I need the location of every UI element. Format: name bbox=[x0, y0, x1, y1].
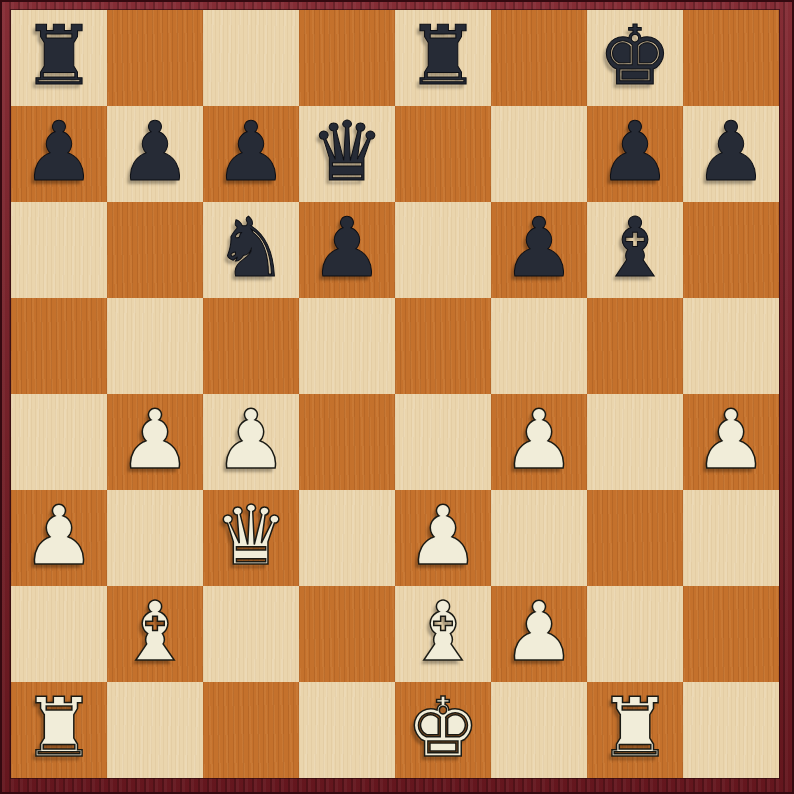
square-e4[interactable] bbox=[395, 394, 491, 490]
square-e6[interactable] bbox=[395, 202, 491, 298]
square-e5[interactable] bbox=[395, 298, 491, 394]
square-b2[interactable]: ♝ bbox=[107, 586, 203, 682]
black-pawn[interactable]: ♟ bbox=[118, 104, 192, 200]
square-c2[interactable] bbox=[203, 586, 299, 682]
square-b7[interactable]: ♟ bbox=[107, 106, 203, 202]
square-a5[interactable] bbox=[11, 298, 107, 394]
square-e3[interactable]: ♟ bbox=[395, 490, 491, 586]
square-h5[interactable] bbox=[683, 298, 779, 394]
square-b3[interactable] bbox=[107, 490, 203, 586]
white-pawn[interactable]: ♟ bbox=[118, 392, 192, 488]
square-h4[interactable]: ♟ bbox=[683, 394, 779, 490]
black-pawn[interactable]: ♟ bbox=[214, 104, 288, 200]
square-d5[interactable] bbox=[299, 298, 395, 394]
square-a6[interactable] bbox=[11, 202, 107, 298]
square-a7[interactable]: ♟ bbox=[11, 106, 107, 202]
square-c5[interactable] bbox=[203, 298, 299, 394]
square-f6[interactable]: ♟ bbox=[491, 202, 587, 298]
black-pawn[interactable]: ♟ bbox=[694, 104, 768, 200]
square-b8[interactable] bbox=[107, 10, 203, 106]
square-f4[interactable]: ♟ bbox=[491, 394, 587, 490]
square-h3[interactable] bbox=[683, 490, 779, 586]
chess-board: ♜♜♚♟♟♟♛♟♟♞♟♟♝♟♟♟♟♟♛♟♝♝♟♜♚♜ bbox=[11, 10, 779, 778]
white-king[interactable]: ♚ bbox=[406, 680, 480, 776]
square-c3[interactable]: ♛ bbox=[203, 490, 299, 586]
black-rook[interactable]: ♜ bbox=[22, 8, 96, 104]
square-h6[interactable] bbox=[683, 202, 779, 298]
square-g8[interactable]: ♚ bbox=[587, 10, 683, 106]
square-f7[interactable] bbox=[491, 106, 587, 202]
square-c8[interactable] bbox=[203, 10, 299, 106]
black-knight[interactable]: ♞ bbox=[214, 200, 288, 296]
black-pawn[interactable]: ♟ bbox=[502, 200, 576, 296]
board-frame: ♜♜♚♟♟♟♛♟♟♞♟♟♝♟♟♟♟♟♛♟♝♝♟♜♚♜ bbox=[0, 0, 794, 794]
square-f3[interactable] bbox=[491, 490, 587, 586]
square-f5[interactable] bbox=[491, 298, 587, 394]
square-d4[interactable] bbox=[299, 394, 395, 490]
square-a1[interactable]: ♜ bbox=[11, 682, 107, 778]
square-c1[interactable] bbox=[203, 682, 299, 778]
square-e8[interactable]: ♜ bbox=[395, 10, 491, 106]
white-bishop[interactable]: ♝ bbox=[406, 584, 480, 680]
square-d2[interactable] bbox=[299, 586, 395, 682]
white-rook[interactable]: ♜ bbox=[598, 680, 672, 776]
square-d8[interactable] bbox=[299, 10, 395, 106]
square-h8[interactable] bbox=[683, 10, 779, 106]
square-f2[interactable]: ♟ bbox=[491, 586, 587, 682]
square-b4[interactable]: ♟ bbox=[107, 394, 203, 490]
black-queen[interactable]: ♛ bbox=[310, 104, 384, 200]
black-pawn[interactable]: ♟ bbox=[598, 104, 672, 200]
black-pawn[interactable]: ♟ bbox=[310, 200, 384, 296]
white-rook[interactable]: ♜ bbox=[22, 680, 96, 776]
square-a4[interactable] bbox=[11, 394, 107, 490]
square-b6[interactable] bbox=[107, 202, 203, 298]
white-pawn[interactable]: ♟ bbox=[214, 392, 288, 488]
square-e7[interactable] bbox=[395, 106, 491, 202]
square-g4[interactable] bbox=[587, 394, 683, 490]
square-g6[interactable]: ♝ bbox=[587, 202, 683, 298]
square-e1[interactable]: ♚ bbox=[395, 682, 491, 778]
white-queen[interactable]: ♛ bbox=[214, 488, 288, 584]
square-d3[interactable] bbox=[299, 490, 395, 586]
square-g3[interactable] bbox=[587, 490, 683, 586]
square-e2[interactable]: ♝ bbox=[395, 586, 491, 682]
square-g7[interactable]: ♟ bbox=[587, 106, 683, 202]
square-f8[interactable] bbox=[491, 10, 587, 106]
square-g2[interactable] bbox=[587, 586, 683, 682]
square-a8[interactable]: ♜ bbox=[11, 10, 107, 106]
square-d1[interactable] bbox=[299, 682, 395, 778]
black-rook[interactable]: ♜ bbox=[406, 8, 480, 104]
square-h7[interactable]: ♟ bbox=[683, 106, 779, 202]
white-pawn[interactable]: ♟ bbox=[22, 488, 96, 584]
square-h2[interactable] bbox=[683, 586, 779, 682]
white-pawn[interactable]: ♟ bbox=[406, 488, 480, 584]
square-c4[interactable]: ♟ bbox=[203, 394, 299, 490]
square-c7[interactable]: ♟ bbox=[203, 106, 299, 202]
square-h1[interactable] bbox=[683, 682, 779, 778]
white-bishop[interactable]: ♝ bbox=[118, 584, 192, 680]
square-c6[interactable]: ♞ bbox=[203, 202, 299, 298]
black-pawn[interactable]: ♟ bbox=[22, 104, 96, 200]
square-a2[interactable] bbox=[11, 586, 107, 682]
white-pawn[interactable]: ♟ bbox=[502, 392, 576, 488]
square-d7[interactable]: ♛ bbox=[299, 106, 395, 202]
black-king[interactable]: ♚ bbox=[598, 8, 672, 104]
black-bishop[interactable]: ♝ bbox=[598, 200, 672, 296]
white-pawn[interactable]: ♟ bbox=[502, 584, 576, 680]
square-g5[interactable] bbox=[587, 298, 683, 394]
square-b5[interactable] bbox=[107, 298, 203, 394]
square-g1[interactable]: ♜ bbox=[587, 682, 683, 778]
square-b1[interactable] bbox=[107, 682, 203, 778]
white-pawn[interactable]: ♟ bbox=[694, 392, 768, 488]
square-f1[interactable] bbox=[491, 682, 587, 778]
square-a3[interactable]: ♟ bbox=[11, 490, 107, 586]
square-d6[interactable]: ♟ bbox=[299, 202, 395, 298]
